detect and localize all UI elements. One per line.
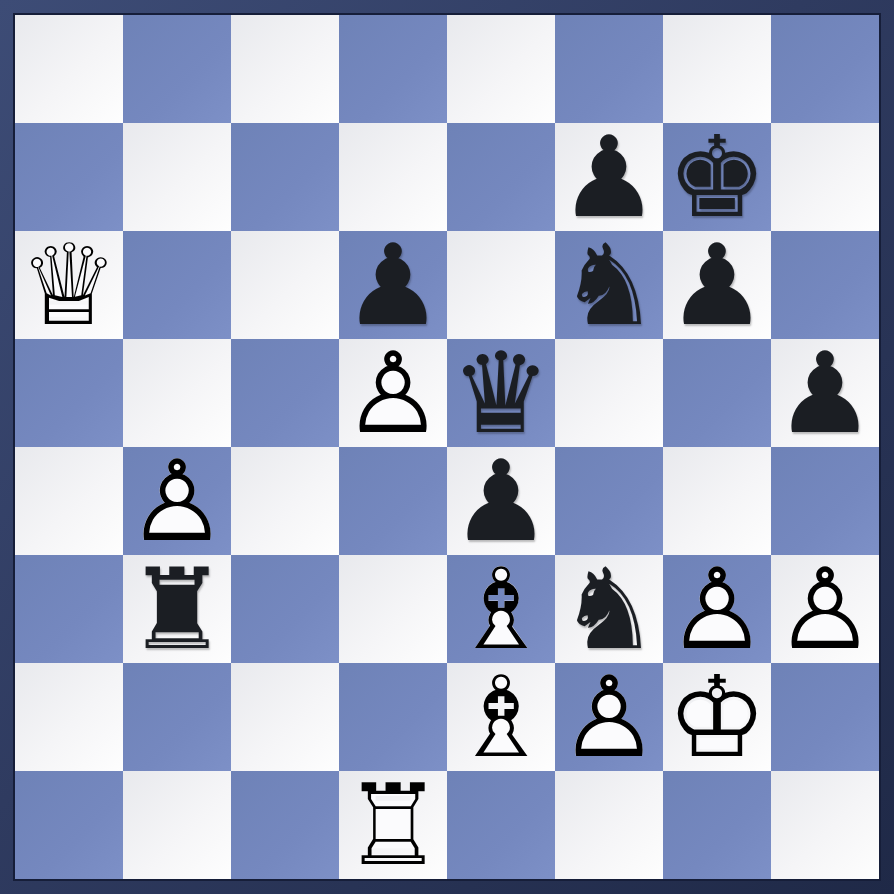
piece-black-queen[interactable]: ♛ [447, 339, 555, 447]
square-g7[interactable]: ♚ [663, 123, 771, 231]
knight-fill-glyph: ♞ [555, 231, 663, 339]
square-e6[interactable] [447, 231, 555, 339]
square-e3[interactable]: ♝♗ [447, 555, 555, 663]
square-c3[interactable] [231, 555, 339, 663]
square-b2[interactable] [123, 663, 231, 771]
king-fill-glyph: ♚ [663, 123, 771, 231]
piece-black-pawn[interactable]: ♟ [771, 339, 879, 447]
square-h4[interactable] [771, 447, 879, 555]
square-a7[interactable] [15, 123, 123, 231]
square-e2[interactable]: ♝♗ [447, 663, 555, 771]
rook-outline-glyph: ♖ [339, 771, 447, 879]
pawn-outline-glyph: ♙ [339, 339, 447, 447]
piece-white-king[interactable]: ♚♔ [663, 663, 771, 771]
piece-black-pawn[interactable]: ♟ [663, 231, 771, 339]
square-d4[interactable] [339, 447, 447, 555]
king-outline-glyph: ♔ [663, 663, 771, 771]
square-h5[interactable]: ♟ [771, 339, 879, 447]
square-c4[interactable] [231, 447, 339, 555]
bishop-outline-glyph: ♗ [447, 555, 555, 663]
queen-fill-glyph: ♛ [447, 339, 555, 447]
pawn-fill-glyph: ♟ [339, 231, 447, 339]
square-e4[interactable]: ♟ [447, 447, 555, 555]
square-b8[interactable] [123, 15, 231, 123]
piece-black-king[interactable]: ♚ [663, 123, 771, 231]
square-d8[interactable] [339, 15, 447, 123]
square-c1[interactable] [231, 771, 339, 879]
square-e5[interactable]: ♛ [447, 339, 555, 447]
piece-white-rook[interactable]: ♜♖ [339, 771, 447, 879]
square-f8[interactable] [555, 15, 663, 123]
square-h7[interactable] [771, 123, 879, 231]
square-a3[interactable] [15, 555, 123, 663]
piece-white-pawn[interactable]: ♟♙ [123, 447, 231, 555]
square-d5[interactable]: ♟♙ [339, 339, 447, 447]
queen-outline-glyph: ♕ [15, 231, 123, 339]
piece-white-pawn[interactable]: ♟♙ [771, 555, 879, 663]
square-h6[interactable] [771, 231, 879, 339]
square-a1[interactable] [15, 771, 123, 879]
piece-white-pawn[interactable]: ♟♙ [339, 339, 447, 447]
square-e7[interactable] [447, 123, 555, 231]
square-b6[interactable] [123, 231, 231, 339]
square-g8[interactable] [663, 15, 771, 123]
bishop-outline-glyph: ♗ [447, 663, 555, 771]
square-c2[interactable] [231, 663, 339, 771]
piece-black-knight[interactable]: ♞ [555, 231, 663, 339]
piece-black-rook[interactable]: ♜ [123, 555, 231, 663]
square-c8[interactable] [231, 15, 339, 123]
piece-white-pawn[interactable]: ♟♙ [663, 555, 771, 663]
square-h8[interactable] [771, 15, 879, 123]
square-f5[interactable] [555, 339, 663, 447]
square-d3[interactable] [339, 555, 447, 663]
square-c7[interactable] [231, 123, 339, 231]
pawn-outline-glyph: ♙ [771, 555, 879, 663]
pawn-outline-glyph: ♙ [555, 663, 663, 771]
pawn-outline-glyph: ♙ [663, 555, 771, 663]
square-a2[interactable] [15, 663, 123, 771]
square-h2[interactable] [771, 663, 879, 771]
square-a4[interactable] [15, 447, 123, 555]
pawn-fill-glyph: ♟ [663, 231, 771, 339]
square-g6[interactable]: ♟ [663, 231, 771, 339]
piece-black-pawn[interactable]: ♟ [555, 123, 663, 231]
square-f7[interactable]: ♟ [555, 123, 663, 231]
square-c5[interactable] [231, 339, 339, 447]
piece-white-bishop[interactable]: ♝♗ [447, 663, 555, 771]
square-f1[interactable] [555, 771, 663, 879]
square-d6[interactable]: ♟ [339, 231, 447, 339]
square-d7[interactable] [339, 123, 447, 231]
piece-black-knight[interactable]: ♞ [555, 555, 663, 663]
chess-board-frame: ♟♚♛♕♟♞♟♟♙♛♟♟♙♟♜♝♗♞♟♙♟♙♝♗♟♙♚♔♜♖ [0, 0, 894, 894]
square-a6[interactable]: ♛♕ [15, 231, 123, 339]
rook-fill-glyph: ♜ [123, 555, 231, 663]
square-g1[interactable] [663, 771, 771, 879]
piece-white-pawn[interactable]: ♟♙ [555, 663, 663, 771]
pawn-fill-glyph: ♟ [555, 123, 663, 231]
square-e8[interactable] [447, 15, 555, 123]
square-f2[interactable]: ♟♙ [555, 663, 663, 771]
square-g3[interactable]: ♟♙ [663, 555, 771, 663]
square-e1[interactable] [447, 771, 555, 879]
knight-fill-glyph: ♞ [555, 555, 663, 663]
chess-board: ♟♚♛♕♟♞♟♟♙♛♟♟♙♟♜♝♗♞♟♙♟♙♝♗♟♙♚♔♜♖ [15, 15, 879, 879]
piece-black-pawn[interactable]: ♟ [447, 447, 555, 555]
pawn-outline-glyph: ♙ [123, 447, 231, 555]
square-a8[interactable] [15, 15, 123, 123]
square-f4[interactable] [555, 447, 663, 555]
square-f3[interactable]: ♞ [555, 555, 663, 663]
square-d1[interactable]: ♜♖ [339, 771, 447, 879]
square-b1[interactable] [123, 771, 231, 879]
square-d2[interactable] [339, 663, 447, 771]
piece-white-queen[interactable]: ♛♕ [15, 231, 123, 339]
pawn-fill-glyph: ♟ [447, 447, 555, 555]
square-g5[interactable] [663, 339, 771, 447]
square-h1[interactable] [771, 771, 879, 879]
square-b5[interactable] [123, 339, 231, 447]
square-b7[interactable] [123, 123, 231, 231]
piece-white-bishop[interactable]: ♝♗ [447, 555, 555, 663]
square-c6[interactable] [231, 231, 339, 339]
square-h3[interactable]: ♟♙ [771, 555, 879, 663]
square-b4[interactable]: ♟♙ [123, 447, 231, 555]
square-f6[interactable]: ♞ [555, 231, 663, 339]
square-a5[interactable] [15, 339, 123, 447]
piece-black-pawn[interactable]: ♟ [339, 231, 447, 339]
pawn-fill-glyph: ♟ [771, 339, 879, 447]
square-g2[interactable]: ♚♔ [663, 663, 771, 771]
square-g4[interactable] [663, 447, 771, 555]
square-b3[interactable]: ♜ [123, 555, 231, 663]
